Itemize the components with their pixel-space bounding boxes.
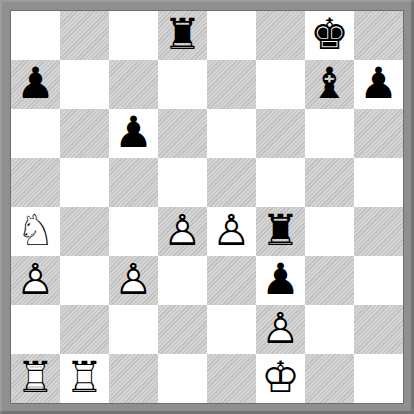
- black-rook-icon: ♜: [256, 207, 305, 256]
- square-b1[interactable]: ♜♖: [60, 354, 109, 403]
- piece-glyph: ♔: [256, 354, 305, 403]
- square-h2[interactable]: [354, 305, 403, 354]
- square-c2[interactable]: [109, 305, 158, 354]
- square-d8[interactable]: ♜: [158, 11, 207, 60]
- square-g1[interactable]: [305, 354, 354, 403]
- white-pawn-icon: ♟♙: [256, 305, 305, 354]
- square-e4[interactable]: ♟♙: [207, 207, 256, 256]
- square-e3[interactable]: [207, 256, 256, 305]
- square-h4[interactable]: [354, 207, 403, 256]
- square-a6[interactable]: [11, 109, 60, 158]
- square-b3[interactable]: [60, 256, 109, 305]
- square-c8[interactable]: [109, 11, 158, 60]
- square-b4[interactable]: [60, 207, 109, 256]
- square-f6[interactable]: [256, 109, 305, 158]
- square-f4[interactable]: ♜: [256, 207, 305, 256]
- square-b6[interactable]: [60, 109, 109, 158]
- square-b7[interactable]: [60, 60, 109, 109]
- square-e1[interactable]: [207, 354, 256, 403]
- board-frame: ♜♚♟♝♟♟♞♘♟♙♟♙♜♟♙♟♙♟♟♙♜♖♜♖♚♔: [0, 0, 414, 414]
- square-h3[interactable]: [354, 256, 403, 305]
- square-c4[interactable]: [109, 207, 158, 256]
- white-pawn-icon: ♟♙: [207, 207, 256, 256]
- square-e2[interactable]: [207, 305, 256, 354]
- square-h5[interactable]: [354, 158, 403, 207]
- white-rook-icon: ♜♖: [11, 354, 60, 403]
- square-d1[interactable]: [158, 354, 207, 403]
- piece-glyph: ♟: [256, 256, 305, 305]
- chess-board: ♜♚♟♝♟♟♞♘♟♙♟♙♜♟♙♟♙♟♟♙♜♖♜♖♚♔: [10, 10, 404, 404]
- square-a2[interactable]: [11, 305, 60, 354]
- piece-glyph: ♜: [158, 11, 207, 60]
- white-pawn-icon: ♟♙: [109, 256, 158, 305]
- square-e7[interactable]: [207, 60, 256, 109]
- square-g6[interactable]: [305, 109, 354, 158]
- square-a8[interactable]: [11, 11, 60, 60]
- square-a5[interactable]: [11, 158, 60, 207]
- black-pawn-icon: ♟: [11, 60, 60, 109]
- square-f8[interactable]: [256, 11, 305, 60]
- white-rook-icon: ♜♖: [60, 354, 109, 403]
- square-a4[interactable]: ♞♘: [11, 207, 60, 256]
- square-g4[interactable]: [305, 207, 354, 256]
- square-c7[interactable]: [109, 60, 158, 109]
- square-e6[interactable]: [207, 109, 256, 158]
- square-a7[interactable]: ♟: [11, 60, 60, 109]
- black-pawn-icon: ♟: [354, 60, 403, 109]
- square-g3[interactable]: [305, 256, 354, 305]
- black-rook-icon: ♜: [158, 11, 207, 60]
- piece-glyph: ♙: [207, 207, 256, 256]
- square-h8[interactable]: [354, 11, 403, 60]
- piece-glyph: ♙: [109, 256, 158, 305]
- square-c6[interactable]: ♟: [109, 109, 158, 158]
- piece-glyph: ♖: [11, 354, 60, 403]
- white-pawn-icon: ♟♙: [11, 256, 60, 305]
- square-g7[interactable]: ♝: [305, 60, 354, 109]
- piece-glyph: ♟: [11, 60, 60, 109]
- square-b2[interactable]: [60, 305, 109, 354]
- square-d4[interactable]: ♟♙: [158, 207, 207, 256]
- black-pawn-icon: ♟: [109, 109, 158, 158]
- square-h7[interactable]: ♟: [354, 60, 403, 109]
- square-f2[interactable]: ♟♙: [256, 305, 305, 354]
- black-pawn-icon: ♟: [256, 256, 305, 305]
- square-f7[interactable]: [256, 60, 305, 109]
- square-d7[interactable]: [158, 60, 207, 109]
- square-e5[interactable]: [207, 158, 256, 207]
- square-f5[interactable]: [256, 158, 305, 207]
- square-g5[interactable]: [305, 158, 354, 207]
- square-d2[interactable]: [158, 305, 207, 354]
- square-f3[interactable]: ♟: [256, 256, 305, 305]
- piece-glyph: ♘: [11, 207, 60, 256]
- piece-glyph: ♖: [60, 354, 109, 403]
- square-f1[interactable]: ♚♔: [256, 354, 305, 403]
- square-b8[interactable]: [60, 11, 109, 60]
- square-c3[interactable]: ♟♙: [109, 256, 158, 305]
- square-d6[interactable]: [158, 109, 207, 158]
- square-e8[interactable]: [207, 11, 256, 60]
- piece-glyph: ♝: [305, 60, 354, 109]
- piece-glyph: ♚: [305, 11, 354, 60]
- square-g8[interactable]: ♚: [305, 11, 354, 60]
- piece-glyph: ♜: [256, 207, 305, 256]
- square-h6[interactable]: [354, 109, 403, 158]
- square-g2[interactable]: [305, 305, 354, 354]
- square-a3[interactable]: ♟♙: [11, 256, 60, 305]
- black-bishop-icon: ♝: [305, 60, 354, 109]
- white-pawn-icon: ♟♙: [158, 207, 207, 256]
- square-c1[interactable]: [109, 354, 158, 403]
- white-knight-icon: ♞♘: [11, 207, 60, 256]
- square-a1[interactable]: ♜♖: [11, 354, 60, 403]
- piece-glyph: ♙: [158, 207, 207, 256]
- piece-glyph: ♟: [354, 60, 403, 109]
- square-d3[interactable]: [158, 256, 207, 305]
- black-king-icon: ♚: [305, 11, 354, 60]
- piece-glyph: ♙: [11, 256, 60, 305]
- white-king-icon: ♚♔: [256, 354, 305, 403]
- square-b5[interactable]: [60, 158, 109, 207]
- piece-glyph: ♙: [256, 305, 305, 354]
- square-d5[interactable]: [158, 158, 207, 207]
- square-h1[interactable]: [354, 354, 403, 403]
- square-c5[interactable]: [109, 158, 158, 207]
- piece-glyph: ♟: [109, 109, 158, 158]
